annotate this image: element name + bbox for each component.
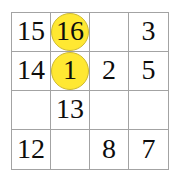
cell-value: 5 xyxy=(142,56,156,84)
cell-r1c1[interactable]: 15 xyxy=(12,13,51,52)
cell-value: 12 xyxy=(17,135,45,163)
cell-value: 2 xyxy=(102,56,116,84)
cell-value: 15 xyxy=(17,17,45,45)
cell-r4c4[interactable]: 7 xyxy=(129,130,168,169)
cell-r1c3[interactable] xyxy=(90,13,129,52)
cell-value: 13 xyxy=(56,95,84,123)
cell-r4c2[interactable] xyxy=(51,130,90,169)
cell-r3c2[interactable]: 13 xyxy=(51,91,90,130)
cell-r2c1[interactable]: 14 xyxy=(12,52,51,91)
cell-r3c3[interactable] xyxy=(90,91,129,130)
cell-value: 16 xyxy=(56,17,84,45)
highlight-circle: 1 xyxy=(51,52,89,90)
cell-r4c1[interactable]: 12 xyxy=(12,130,51,169)
cell-value: 14 xyxy=(17,56,45,84)
cell-value: 8 xyxy=(102,135,116,163)
cell-r4c3[interactable]: 8 xyxy=(90,130,129,169)
cell-r1c4[interactable]: 3 xyxy=(129,13,168,52)
cell-value: 3 xyxy=(142,17,156,45)
cell-r1c2[interactable]: 16 xyxy=(51,13,90,52)
highlight-circle: 16 xyxy=(51,13,89,51)
cell-r2c2[interactable]: 1 xyxy=(51,52,90,91)
cell-r2c3[interactable]: 2 xyxy=(90,52,129,91)
cell-r3c1[interactable] xyxy=(12,91,51,130)
cell-value: 1 xyxy=(63,56,77,84)
cell-r2c4[interactable]: 5 xyxy=(129,52,168,91)
cell-value: 7 xyxy=(142,135,156,163)
cell-r3c4[interactable] xyxy=(129,91,168,130)
puzzle-board: 1516314125131287 xyxy=(11,12,169,170)
